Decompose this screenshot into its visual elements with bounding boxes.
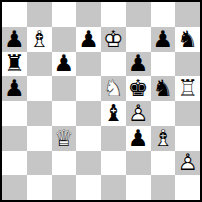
- square-c1[interactable]: [52, 175, 77, 200]
- white-bishop-glyph: ♗: [27, 27, 52, 52]
- square-d2[interactable]: [76, 151, 101, 176]
- square-h2[interactable]: ♟♙: [175, 151, 200, 176]
- square-e3[interactable]: [101, 126, 126, 151]
- white-bishop-piece[interactable]: ♝♗: [27, 27, 52, 52]
- square-c3[interactable]: ♛♕: [52, 126, 77, 151]
- black-knight-piece[interactable]: ♞: [151, 76, 176, 101]
- black-pawn-piece[interactable]: ♟: [76, 27, 101, 52]
- square-f6[interactable]: ♟: [126, 52, 151, 77]
- white-pawn-glyph: ♙: [175, 151, 200, 176]
- square-d3[interactable]: [76, 126, 101, 151]
- square-g8[interactable]: [151, 2, 176, 27]
- black-pawn-piece[interactable]: ♟: [2, 27, 27, 52]
- square-c5[interactable]: [52, 76, 77, 101]
- square-f2[interactable]: [126, 151, 151, 176]
- square-b8[interactable]: [27, 2, 52, 27]
- square-d7[interactable]: ♟: [76, 27, 101, 52]
- square-f7[interactable]: [126, 27, 151, 52]
- square-g2[interactable]: [151, 151, 176, 176]
- square-c4[interactable]: [52, 101, 77, 126]
- black-rook-piece[interactable]: ♜: [2, 52, 27, 77]
- white-king-piece[interactable]: ♚♔: [101, 27, 126, 52]
- square-c8[interactable]: [52, 2, 77, 27]
- square-b4[interactable]: [27, 101, 52, 126]
- white-rook-piece[interactable]: ♜♖: [175, 76, 200, 101]
- black-pawn-piece[interactable]: ♟: [151, 27, 176, 52]
- square-b5[interactable]: [27, 76, 52, 101]
- square-a8[interactable]: [2, 2, 27, 27]
- square-a6[interactable]: ♜: [2, 52, 27, 77]
- black-pawn-piece[interactable]: ♟: [2, 76, 27, 101]
- square-g7[interactable]: ♟: [151, 27, 176, 52]
- black-pawn-piece[interactable]: ♟: [126, 126, 151, 151]
- square-e4[interactable]: ♝: [101, 101, 126, 126]
- square-g5[interactable]: ♞: [151, 76, 176, 101]
- square-f1[interactable]: [126, 175, 151, 200]
- black-king-piece[interactable]: ♚: [126, 76, 151, 101]
- square-b6[interactable]: [27, 52, 52, 77]
- square-e7[interactable]: ♚♔: [101, 27, 126, 52]
- square-e5[interactable]: ♞♘: [101, 76, 126, 101]
- square-c7[interactable]: [52, 27, 77, 52]
- chess-diagram: ♟♝♗♟♚♔♟♞♜♟♟♟♞♘♚♞♜♖♝♟♙♛♕♟♝♗♟♙: [0, 0, 202, 202]
- square-c6[interactable]: ♟: [52, 52, 77, 77]
- square-a3[interactable]: [2, 126, 27, 151]
- square-c2[interactable]: [52, 151, 77, 176]
- square-d8[interactable]: [76, 2, 101, 27]
- black-pawn-piece[interactable]: ♟: [52, 52, 77, 77]
- square-a2[interactable]: [2, 151, 27, 176]
- white-knight-glyph: ♘: [101, 76, 126, 101]
- square-e2[interactable]: [101, 151, 126, 176]
- white-bishop-piece[interactable]: ♝♗: [151, 126, 176, 151]
- square-h3[interactable]: [175, 126, 200, 151]
- white-rook-glyph: ♖: [175, 76, 200, 101]
- square-a5[interactable]: ♟: [2, 76, 27, 101]
- square-b7[interactable]: ♝♗: [27, 27, 52, 52]
- square-e8[interactable]: [101, 2, 126, 27]
- square-h6[interactable]: [175, 52, 200, 77]
- square-f8[interactable]: [126, 2, 151, 27]
- white-pawn-glyph: ♙: [126, 101, 151, 126]
- black-pawn-piece[interactable]: ♟: [126, 52, 151, 77]
- square-b2[interactable]: [27, 151, 52, 176]
- square-g6[interactable]: [151, 52, 176, 77]
- square-a4[interactable]: [2, 101, 27, 126]
- square-g4[interactable]: [151, 101, 176, 126]
- square-a1[interactable]: [2, 175, 27, 200]
- white-pawn-piece[interactable]: ♟♙: [175, 151, 200, 176]
- square-d1[interactable]: [76, 175, 101, 200]
- white-bishop-glyph: ♗: [151, 126, 176, 151]
- black-knight-piece[interactable]: ♞: [175, 27, 200, 52]
- square-h5[interactable]: ♜♖: [175, 76, 200, 101]
- square-f3[interactable]: ♟: [126, 126, 151, 151]
- square-b1[interactable]: [27, 175, 52, 200]
- square-f5[interactable]: ♚: [126, 76, 151, 101]
- square-e6[interactable]: [101, 52, 126, 77]
- square-e1[interactable]: [101, 175, 126, 200]
- white-king-glyph: ♔: [101, 27, 126, 52]
- square-a7[interactable]: ♟: [2, 27, 27, 52]
- white-pawn-piece[interactable]: ♟♙: [126, 101, 151, 126]
- chess-board: ♟♝♗♟♚♔♟♞♜♟♟♟♞♘♚♞♜♖♝♟♙♛♕♟♝♗♟♙: [0, 0, 202, 202]
- square-h8[interactable]: [175, 2, 200, 27]
- square-d6[interactable]: [76, 52, 101, 77]
- black-bishop-piece[interactable]: ♝: [101, 101, 126, 126]
- square-f4[interactable]: ♟♙: [126, 101, 151, 126]
- square-g3[interactable]: ♝♗: [151, 126, 176, 151]
- square-d4[interactable]: [76, 101, 101, 126]
- white-knight-piece[interactable]: ♞♘: [101, 76, 126, 101]
- white-queen-piece[interactable]: ♛♕: [52, 126, 77, 151]
- square-b3[interactable]: [27, 126, 52, 151]
- square-d5[interactable]: [76, 76, 101, 101]
- square-h4[interactable]: [175, 101, 200, 126]
- square-h7[interactable]: ♞: [175, 27, 200, 52]
- white-queen-glyph: ♕: [52, 126, 77, 151]
- square-g1[interactable]: [151, 175, 176, 200]
- square-h1[interactable]: [175, 175, 200, 200]
